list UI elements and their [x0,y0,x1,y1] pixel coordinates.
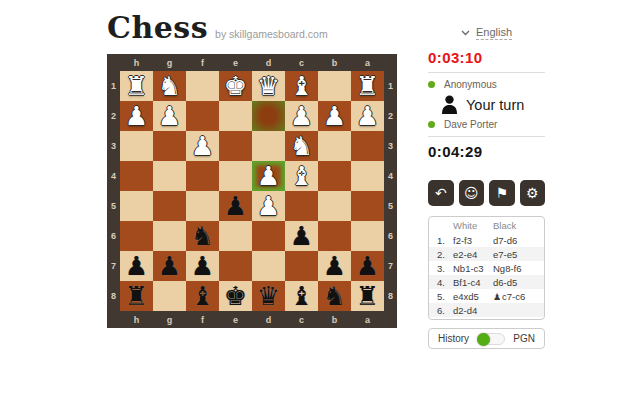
square-d8[interactable]: ♛ [252,281,285,311]
chess-app: Chess by skillgamesboard.com hgfedcba 12… [0,0,640,400]
rank-label-5: 5 [111,201,116,211]
piece-black-king[interactable]: ♚ [219,281,252,311]
file-label-g: g [167,58,173,68]
gear-icon: ⚙ [526,186,539,200]
file-label-a: a [365,315,370,325]
square-d5[interactable]: ♟ [252,191,285,221]
piece-black-bishop[interactable]: ♝ [285,281,318,311]
toggle-knob [477,333,490,346]
piece-black-knight[interactable]: ♞ [318,281,351,311]
square-g4[interactable] [153,161,186,191]
piece-white-queen[interactable]: ♛ [252,71,285,101]
rank-label-3: 3 [111,141,116,151]
file-label-d: d [266,58,272,68]
undo-button[interactable]: ↶ [428,180,454,206]
current-move-pawn-icon: ♟ [493,292,501,302]
square-b4[interactable] [318,161,351,191]
move-row-2: 2.e2-e4e7-e5 [429,247,544,261]
square-a2[interactable]: ♟ [351,101,384,131]
side-panel: English 0:03:10 Anonymous Your turn Dave… [428,26,545,349]
move-number: 1. [429,233,451,247]
move-number: 6. [429,303,451,317]
gear-button[interactable]: ⚙ [520,180,546,206]
square-a4[interactable] [351,161,384,191]
black-move[interactable] [493,303,544,317]
piece-white-pawn[interactable]: ♟ [318,101,351,131]
file-label-b: b [332,58,338,68]
player-row-dave-porter: Dave Porter [428,119,545,130]
square-c5[interactable] [285,191,318,221]
square-h6[interactable] [120,221,153,251]
piece-white-pawn[interactable]: ♟ [351,101,384,131]
piece-black-bishop[interactable]: ♝ [186,281,219,311]
rank-labels-right: 12345678 [384,71,397,311]
move-row-5: 5.e4xd5♟c7-c6 [429,289,544,303]
file-label-e: e [233,58,238,68]
undo-icon: ↶ [435,186,447,200]
black-move[interactable]: d6-d5 [493,275,544,289]
rank-label-1: 1 [111,81,116,91]
smiley-icon: ☺ [464,186,479,200]
piece-black-pawn[interactable]: ♟ [153,251,186,281]
online-dot [428,81,435,88]
square-a6[interactable] [351,221,384,251]
square-c3[interactable]: ♞ [285,131,318,161]
white-move[interactable]: f2-f3 [451,233,493,247]
opponent-clock: 0:03:10 [428,49,545,66]
piece-white-knight[interactable]: ♞ [285,131,318,161]
piece-white-king[interactable]: ♚ [219,71,252,101]
square-f6[interactable]: ♞ [186,221,219,251]
square-a1[interactable]: ♜ [351,71,384,101]
square-e5[interactable]: ♟ [219,191,252,221]
rank-label-6: 6 [111,231,116,241]
square-h2[interactable]: ♟ [120,101,153,131]
white-move[interactable]: e4xd5 [451,289,493,303]
square-h5[interactable] [120,191,153,221]
piece-black-pawn[interactable]: ♟ [318,251,351,281]
rank-label-7: 7 [388,261,393,271]
square-f7[interactable]: ♟ [186,251,219,281]
white-move[interactable]: Bf1-c4 [451,275,493,289]
square-e1[interactable]: ♚ [219,71,252,101]
piece-white-pawn[interactable]: ♟ [120,101,153,131]
square-b2[interactable]: ♟ [318,101,351,131]
square-b8[interactable]: ♞ [318,281,351,311]
toolbar: ↶☺⚑⚙ [428,180,545,206]
square-h3[interactable] [120,131,153,161]
rank-label-5: 5 [388,201,393,211]
rank-label-4: 4 [111,171,116,181]
square-e6[interactable] [219,221,252,251]
piece-white-pawn[interactable]: ♟ [186,131,219,161]
rank-label-4: 4 [388,171,393,181]
page-title: Chess [107,10,208,45]
history-pgn-toggle[interactable] [477,333,505,345]
square-e2[interactable] [219,101,252,131]
own-clock: 0:04:29 [428,143,545,160]
square-d1[interactable]: ♛ [252,71,285,101]
file-labels-top: hgfedcba [120,54,384,71]
file-labels-bottom: hgfedcba [120,311,384,328]
piece-white-rook[interactable]: ♜ [351,71,384,101]
pgn-label[interactable]: PGN [513,333,535,344]
piece-black-rook[interactable]: ♜ [120,281,153,311]
white-move[interactable]: e2-e4 [451,247,493,261]
square-a5[interactable] [351,191,384,221]
smiley-button[interactable]: ☺ [459,180,485,206]
move-number: 4. [429,275,451,289]
square-c1[interactable]: ♝ [285,71,318,101]
square-f8[interactable]: ♝ [186,281,219,311]
divider [428,136,545,137]
square-c7[interactable] [285,251,318,281]
move-row-1: 1.f2-f3d7-d6 [429,233,544,247]
file-label-h: h [134,315,140,325]
black-move[interactable]: d7-d6 [493,233,544,247]
square-e3[interactable] [219,131,252,161]
square-f3[interactable]: ♟ [186,131,219,161]
square-g3[interactable] [153,131,186,161]
square-c4[interactable]: ♝ [285,161,318,191]
square-d7[interactable] [252,251,285,281]
black-move[interactable]: ♟c7-c6 [493,289,544,303]
piece-black-pawn[interactable]: ♟ [351,251,384,281]
turn-label: Your turn [466,97,524,113]
square-d2[interactable] [252,101,285,131]
file-label-a: a [365,58,370,68]
move-number: 2. [429,247,451,261]
piece-black-pawn[interactable]: ♟ [219,191,252,221]
square-f1[interactable] [186,71,219,101]
square-f4[interactable] [186,161,219,191]
history-pgn-bar: History PGN [428,328,545,349]
white-move[interactable]: d2-d4 [451,303,493,317]
piece-white-rook[interactable]: ♜ [120,71,153,101]
language-selector[interactable]: English [428,26,545,40]
square-g7[interactable]: ♟ [153,251,186,281]
chess-board: hgfedcba 12345678 ♜♞♚♛♝♜♟♟♟♟♟♟♞♟♝♟♟♞♟♟♟♟… [107,54,397,328]
square-g2[interactable]: ♟ [153,101,186,131]
piece-white-pawn[interactable]: ♟ [252,191,285,221]
board-corner [384,54,397,71]
move-history-box: White Black 1.f2-f3d7-d62.e2-e4e7-e53.Nb… [428,216,545,320]
piece-black-pawn[interactable]: ♟ [186,251,219,281]
square-a8[interactable]: ♜ [351,281,384,311]
piece-black-knight[interactable]: ♞ [186,221,219,251]
square-g1[interactable]: ♞ [153,71,186,101]
square-c2[interactable]: ♟ [285,101,318,131]
black-move[interactable]: e7-e5 [493,247,544,261]
person-icon [441,95,458,114]
piece-white-pawn[interactable]: ♟ [252,161,285,191]
move-number: 5. [429,289,451,303]
square-e8[interactable]: ♚ [219,281,252,311]
move-table: White Black 1.f2-f3d7-d62.e2-e4e7-e53.Nb… [429,217,544,317]
move-table-header: White Black [429,217,544,233]
square-g6[interactable] [153,221,186,251]
rank-labels-left: 12345678 [107,71,120,311]
square-b7[interactable]: ♟ [318,251,351,281]
board-corner [107,54,120,71]
move-number: 3. [429,261,451,275]
square-h4[interactable] [120,161,153,191]
turn-indicator: Your turn [441,95,545,114]
move-row-3: 3.Nb1-c3Ng8-f6 [429,261,544,275]
move-row-4: 4.Bf1-c4d6-d5 [429,275,544,289]
black-move[interactable]: Ng8-f6 [493,261,544,275]
file-label-c: c [299,58,304,68]
piece-black-rook[interactable]: ♜ [351,281,384,311]
square-f5[interactable] [186,191,219,221]
square-d4[interactable]: ♟ [252,161,285,191]
rank-label-6: 6 [388,231,393,241]
square-e4[interactable] [219,161,252,191]
square-b5[interactable] [318,191,351,221]
divider [428,72,545,73]
board-corner [384,311,397,328]
white-column-header: White [451,217,493,233]
rank-label-2: 2 [111,111,116,121]
history-label[interactable]: History [438,333,469,344]
square-c6[interactable]: ♟ [285,221,318,251]
square-a3[interactable] [351,131,384,161]
square-e7[interactable] [219,251,252,281]
piece-white-knight[interactable]: ♞ [153,71,186,101]
board-corner [107,311,120,328]
file-label-e: e [233,315,238,325]
move-number-header [429,217,451,233]
square-d3[interactable] [252,131,285,161]
page-header: Chess by skillgamesboard.com [107,10,328,45]
flag-icon: ⚑ [495,186,508,200]
board-grid: ♜♞♚♛♝♜♟♟♟♟♟♟♞♟♝♟♟♞♟♟♟♟♟♟♜♝♚♛♝♞♜ [120,71,384,311]
square-g8[interactable] [153,281,186,311]
piece-white-bishop[interactable]: ♝ [285,161,318,191]
page-subtitle: by skillgamesboard.com [215,28,328,40]
rank-label-1: 1 [388,81,393,91]
square-b3[interactable] [318,131,351,161]
file-label-g: g [167,315,173,325]
piece-black-pawn[interactable]: ♟ [285,221,318,251]
rank-label-3: 3 [388,141,393,151]
file-label-h: h [134,58,140,68]
flag-button[interactable]: ⚑ [489,180,515,206]
piece-white-bishop[interactable]: ♝ [285,71,318,101]
player-name: Anonymous [444,79,497,90]
player-name: Dave Porter [444,119,497,130]
black-column-header: Black [493,217,544,233]
square-b1[interactable] [318,71,351,101]
piece-white-pawn[interactable]: ♟ [153,101,186,131]
rank-label-2: 2 [388,111,393,121]
rank-label-8: 8 [388,291,393,301]
square-c8[interactable]: ♝ [285,281,318,311]
square-d6[interactable] [252,221,285,251]
rank-label-8: 8 [111,291,116,301]
square-b6[interactable] [318,221,351,251]
rank-label-7: 7 [111,261,116,271]
square-a7[interactable]: ♟ [351,251,384,281]
file-label-f: f [201,58,204,68]
square-f2[interactable] [186,101,219,131]
square-h7[interactable]: ♟ [120,251,153,281]
square-h8[interactable]: ♜ [120,281,153,311]
piece-black-queen[interactable]: ♛ [252,281,285,311]
file-label-f: f [201,315,204,325]
piece-white-pawn[interactable]: ♟ [285,101,318,131]
chevron-down-icon [461,30,470,36]
file-label-c: c [299,315,304,325]
file-label-b: b [332,315,338,325]
square-h1[interactable]: ♜ [120,71,153,101]
move-row-6: 6.d2-d4 [429,303,544,317]
online-dot [428,121,435,128]
language-label: English [476,26,512,40]
square-g5[interactable] [153,191,186,221]
piece-black-pawn[interactable]: ♟ [120,251,153,281]
player-row-anonymous: Anonymous [428,79,545,90]
white-move[interactable]: Nb1-c3 [451,261,493,275]
file-label-d: d [266,315,272,325]
